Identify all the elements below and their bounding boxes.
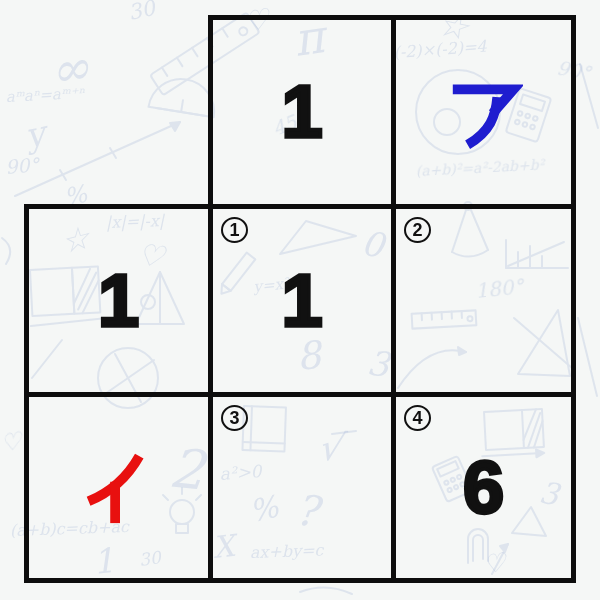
katakana-i-glyph <box>80 448 158 528</box>
cell-r1c2-answer-2[interactable]: 2 <box>391 204 576 397</box>
katakana-a-glyph <box>445 72 523 152</box>
cell-r2c0[interactable] <box>24 392 213 583</box>
answer-4-value: 6 <box>463 451 504 525</box>
cell-label-4: 4 <box>404 405 431 431</box>
cell-r2c1-answer-3[interactable]: 3 <box>208 392 396 583</box>
puzzle-canvas: 30♡☆(-2)×(-2)=490°∞aᵐaⁿ=aᵐ⁺ⁿπy90°45%|x|=… <box>0 0 600 600</box>
doodle-text: ♡ <box>0 426 26 458</box>
cell-r0c2[interactable] <box>391 15 576 209</box>
clue-left-1: 1 <box>98 264 139 338</box>
doodle-text: y <box>20 112 53 156</box>
doodle-text: 30 <box>126 0 159 25</box>
answer-1-value: 1 <box>281 264 322 338</box>
cell-r2c2-answer-4[interactable]: 4 6 <box>391 392 576 583</box>
clue-top-1: 1 <box>281 75 322 149</box>
doodle-text: 90° <box>4 153 41 178</box>
cell-r1c1-answer-1[interactable]: 1 1 <box>208 204 396 397</box>
cell-label-1: 1 <box>221 217 248 243</box>
cell-r1c0[interactable]: 1 <box>24 204 213 397</box>
cell-label-3: 3 <box>221 405 248 431</box>
cell-label-2: 2 <box>404 217 431 243</box>
doodle-text: aᵐaⁿ=aᵐ⁺ⁿ <box>5 84 86 106</box>
cell-r0c1[interactable]: 1 <box>208 15 396 209</box>
